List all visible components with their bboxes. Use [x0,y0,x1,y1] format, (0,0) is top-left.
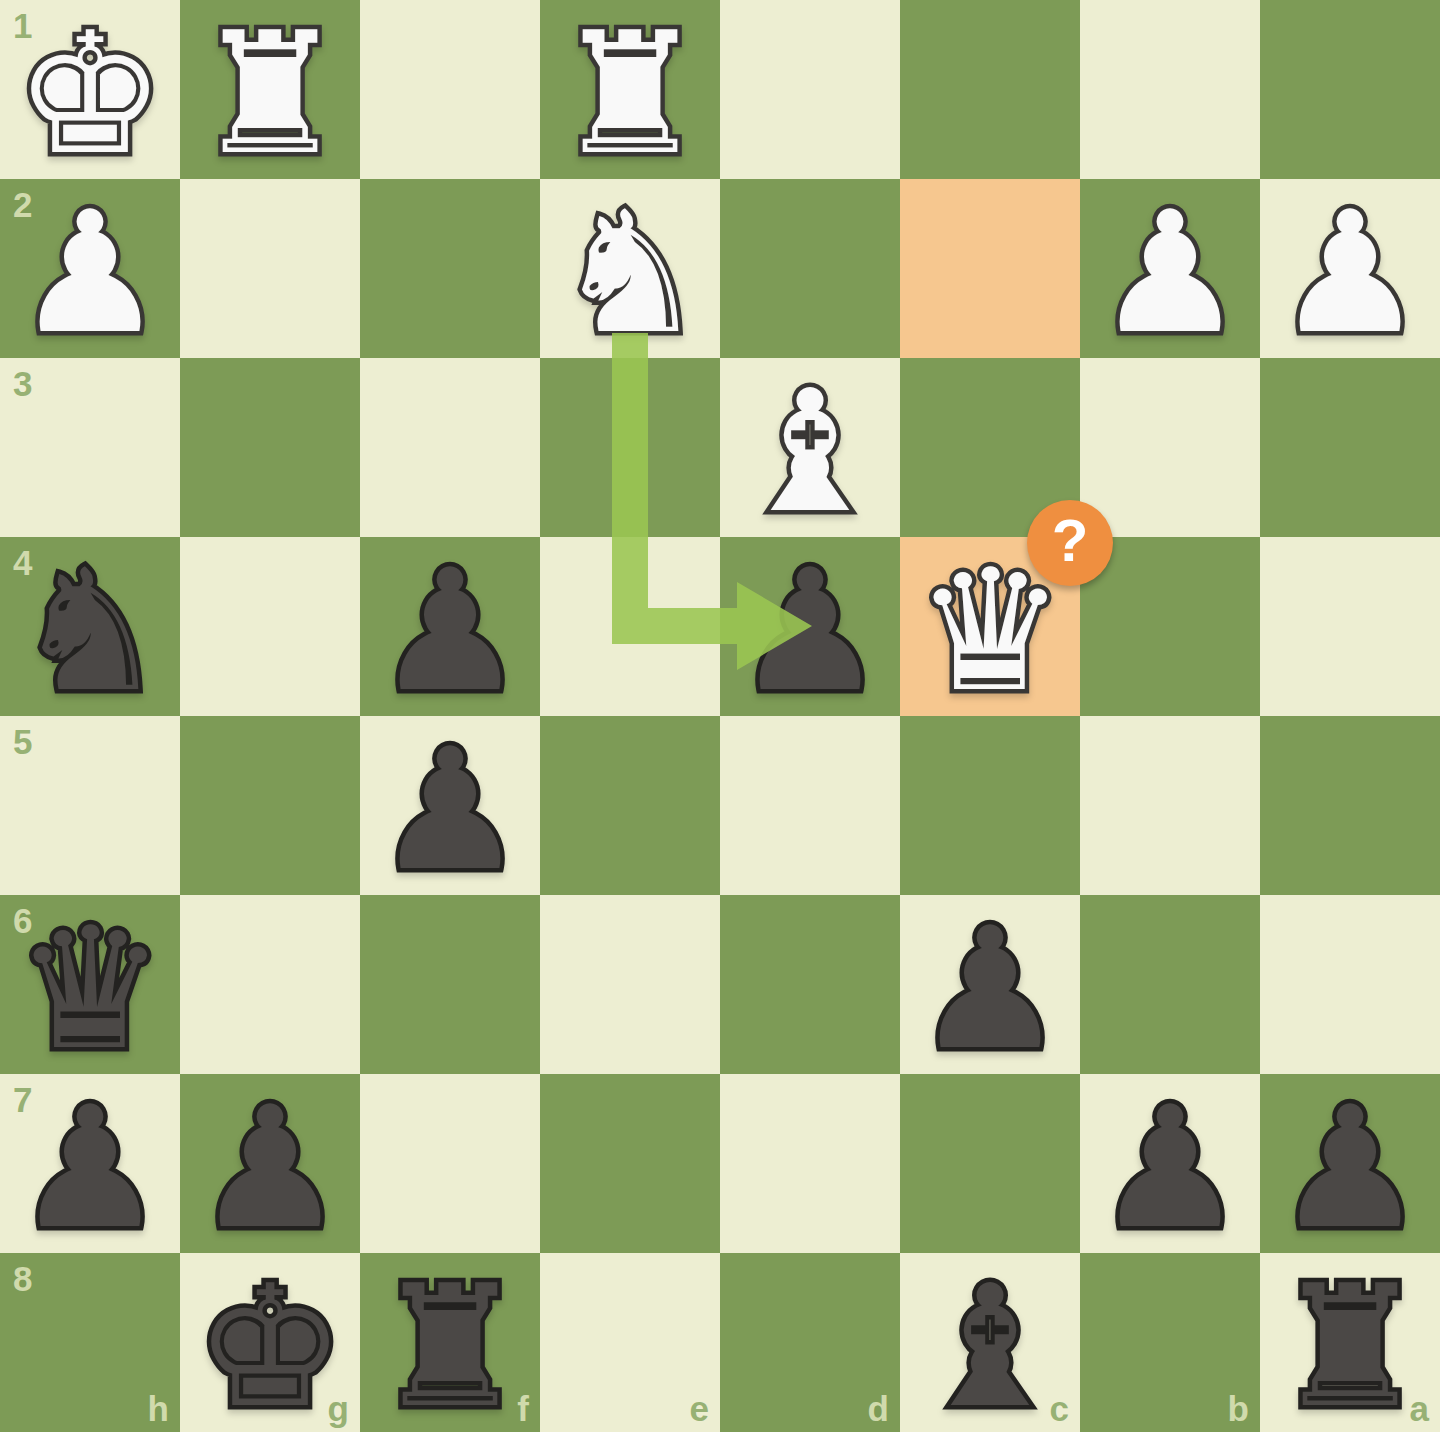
file-label-b: b [1228,1391,1249,1426]
square-c5[interactable] [900,716,1080,895]
square-g7[interactable]: ♟ [180,1074,360,1253]
piece-white-rook[interactable]: ♜ [180,4,360,183]
rank-label-5: 5 [13,724,32,759]
square-g3[interactable] [180,358,360,537]
square-g6[interactable] [180,895,360,1074]
square-a6[interactable] [1260,895,1440,1074]
piece-black-bishop[interactable]: ♝ [900,1257,1080,1432]
piece-white-bishop[interactable]: ♝ [720,362,900,541]
square-a2[interactable]: ♟ [1260,179,1440,358]
square-e1[interactable]: ♜ [540,0,720,179]
square-f8[interactable]: f♜ [360,1253,540,1432]
square-e6[interactable] [540,895,720,1074]
piece-white-pawn[interactable]: ♟ [1260,183,1440,362]
square-a8[interactable]: a♜ [1260,1253,1440,1432]
mistake-badge: ? [1027,500,1113,586]
square-b8[interactable]: b [1080,1253,1260,1432]
square-h6[interactable]: 6♛ [0,895,180,1074]
square-e5[interactable] [540,716,720,895]
square-e4[interactable] [540,537,720,716]
file-label-e: e [690,1391,709,1426]
piece-white-knight[interactable]: ♞ [540,183,720,362]
square-b3[interactable] [1080,358,1260,537]
square-d4[interactable]: ♟ [720,537,900,716]
square-d2[interactable] [720,179,900,358]
piece-black-pawn[interactable]: ♟ [360,541,540,720]
square-a5[interactable] [1260,716,1440,895]
square-f7[interactable] [360,1074,540,1253]
square-g1[interactable]: ♜ [180,0,360,179]
square-f5[interactable]: ♟ [360,716,540,895]
square-d7[interactable] [720,1074,900,1253]
piece-black-pawn[interactable]: ♟ [1080,1078,1260,1257]
square-h7[interactable]: 7♟ [0,1074,180,1253]
piece-black-queen[interactable]: ♛ [0,899,180,1078]
rank-label-3: 3 [13,366,32,401]
square-g2[interactable] [180,179,360,358]
square-c6[interactable]: ♟ [900,895,1080,1074]
piece-black-pawn[interactable]: ♟ [900,899,1080,1078]
square-d3[interactable]: ♝ [720,358,900,537]
square-e7[interactable] [540,1074,720,1253]
square-f2[interactable] [360,179,540,358]
square-d6[interactable] [720,895,900,1074]
square-d5[interactable] [720,716,900,895]
square-e8[interactable]: e [540,1253,720,1432]
piece-black-pawn[interactable]: ♟ [180,1078,360,1257]
square-c1[interactable] [900,0,1080,179]
square-d8[interactable]: d [720,1253,900,1432]
square-f3[interactable] [360,358,540,537]
square-c2[interactable] [900,179,1080,358]
square-b2[interactable]: ♟ [1080,179,1260,358]
piece-black-pawn[interactable]: ♟ [360,720,540,899]
square-g4[interactable] [180,537,360,716]
square-b5[interactable] [1080,716,1260,895]
square-g8[interactable]: g♚ [180,1253,360,1432]
piece-black-king[interactable]: ♚ [180,1257,360,1432]
square-b7[interactable]: ♟ [1080,1074,1260,1253]
square-f4[interactable]: ♟ [360,537,540,716]
piece-white-king[interactable]: ♚ [0,4,180,183]
square-h2[interactable]: 2♟ [0,179,180,358]
file-label-d: d [868,1391,889,1426]
square-e3[interactable] [540,358,720,537]
piece-black-pawn[interactable]: ♟ [1260,1078,1440,1257]
piece-black-rook[interactable]: ♜ [360,1257,540,1432]
square-h4[interactable]: 4♞ [0,537,180,716]
chess-board: 1♚♜♜2♟♞♟♟3♝4♞♟♟♛5♟6♛♟7♟♟♟♟8hg♚f♜edc♝ba♜ [0,0,1440,1432]
piece-white-pawn[interactable]: ♟ [0,183,180,362]
square-b1[interactable] [1080,0,1260,179]
mistake-badge-symbol: ? [1052,511,1089,571]
board-container: 1♚♜♜2♟♞♟♟3♝4♞♟♟♛5♟6♛♟7♟♟♟♟8hg♚f♜edc♝ba♜ … [0,0,1440,1432]
piece-white-rook[interactable]: ♜ [540,4,720,183]
square-c8[interactable]: c♝ [900,1253,1080,1432]
file-label-h: h [148,1391,169,1426]
square-a7[interactable]: ♟ [1260,1074,1440,1253]
piece-black-knight[interactable]: ♞ [0,541,180,720]
piece-black-pawn[interactable]: ♟ [720,541,900,720]
piece-black-rook[interactable]: ♜ [1260,1257,1440,1432]
square-b6[interactable] [1080,895,1260,1074]
piece-black-pawn[interactable]: ♟ [0,1078,180,1257]
square-h8[interactable]: 8h [0,1253,180,1432]
rank-label-8: 8 [13,1261,32,1296]
square-h3[interactable]: 3 [0,358,180,537]
square-f6[interactable] [360,895,540,1074]
square-g5[interactable] [180,716,360,895]
piece-white-pawn[interactable]: ♟ [1080,183,1260,362]
square-a3[interactable] [1260,358,1440,537]
square-a4[interactable] [1260,537,1440,716]
square-h5[interactable]: 5 [0,716,180,895]
square-c7[interactable] [900,1074,1080,1253]
square-f1[interactable] [360,0,540,179]
square-e2[interactable]: ♞ [540,179,720,358]
square-a1[interactable] [1260,0,1440,179]
square-h1[interactable]: 1♚ [0,0,180,179]
square-d1[interactable] [720,0,900,179]
